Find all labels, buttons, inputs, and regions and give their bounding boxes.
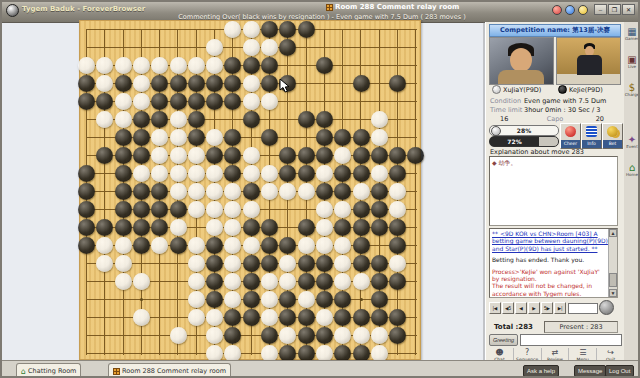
explanation-title: Explanation about move 283 [490, 148, 584, 156]
black-stone [224, 327, 241, 344]
black-stone [353, 309, 370, 326]
black-stone [353, 147, 370, 164]
black-stone [316, 57, 333, 74]
black-stone [353, 165, 370, 182]
black-stone [115, 165, 132, 182]
black-stone [389, 165, 406, 182]
black-stone [151, 93, 168, 110]
black-stone [224, 93, 241, 110]
black-stone [389, 309, 406, 326]
black-stone [133, 147, 150, 164]
white-stone [261, 309, 278, 326]
black-stone [261, 237, 278, 254]
black-captures: 20 [596, 115, 604, 123]
chat-icon: ☻ [486, 348, 513, 357]
black-stone [151, 75, 168, 92]
white-stone [188, 237, 205, 254]
black-stone [261, 255, 278, 272]
chat-box[interactable]: ** <9D KOR vs CHN>Room [403] A betting g… [489, 228, 618, 298]
black-stone [334, 165, 351, 182]
black-stone [224, 309, 241, 326]
white-stone [133, 57, 150, 74]
black-stone [316, 327, 333, 344]
app-window: Tygem Baduk - ForeverBrowser Room 288 Co… [0, 0, 640, 378]
black-stone [334, 129, 351, 146]
black-player-photo [556, 37, 621, 85]
black-stone [261, 57, 278, 74]
white-stone [170, 183, 187, 200]
white-stone [206, 327, 223, 344]
white-stone [316, 309, 333, 326]
black-stone [334, 183, 351, 200]
info-button[interactable]: Info [581, 123, 602, 149]
white-stone [334, 147, 351, 164]
black-stone [371, 273, 388, 290]
white-stone [243, 93, 260, 110]
white-stone [389, 183, 406, 200]
competition-bar: Competition name: 第13届-决赛 [489, 24, 621, 37]
go-button[interactable] [599, 300, 614, 315]
white-stone [115, 57, 132, 74]
black-stone [279, 291, 296, 308]
chat-messages: ** <9D KOR vs CHN>Room [403] A betting g… [492, 230, 608, 297]
chat-message: The result will not be changed, in accor… [492, 282, 608, 297]
black-stone [133, 201, 150, 218]
white-stone [371, 129, 388, 146]
bottom-bar: ⌂ Chatting Room Room 288 Comment relay r… [2, 360, 640, 378]
white-stone [115, 273, 132, 290]
black-stone [243, 291, 260, 308]
black-stone [261, 129, 278, 146]
white-stone [243, 75, 260, 92]
white-stone [224, 219, 241, 236]
black-stone [243, 309, 260, 326]
scroll-down-button[interactable]: ▼ [609, 289, 617, 297]
white-stone [261, 39, 278, 56]
black-stone [133, 129, 150, 146]
white-stone [261, 165, 278, 182]
black-stone [389, 219, 406, 236]
black-stone [170, 93, 187, 110]
black-stone [353, 237, 370, 254]
black-stone [298, 21, 315, 38]
white-stone [334, 255, 351, 272]
explanation-line: ◆ 劫争。 [492, 159, 517, 166]
restore-button[interactable]: ❐ [608, 4, 621, 15]
black-stone [224, 165, 241, 182]
white-stone [334, 237, 351, 254]
move-count-row: Total :283 Present : 283 [486, 321, 624, 335]
black-stone [78, 93, 95, 110]
black-stone [261, 327, 278, 344]
white-stone [133, 75, 150, 92]
white-stone [371, 327, 388, 344]
white-stone [334, 201, 351, 218]
logout-button[interactable]: Log Out [605, 365, 634, 377]
black-stone [389, 147, 406, 164]
black-stone [389, 75, 406, 92]
black-stone [115, 219, 132, 236]
black-stone [115, 201, 132, 218]
scroll-up-button[interactable]: ▲ [609, 229, 617, 237]
chat-input[interactable] [520, 334, 622, 346]
white-stone [206, 39, 223, 56]
black-stone [224, 129, 241, 146]
white-stone [371, 111, 388, 128]
white-stone [206, 309, 223, 326]
black-stone [170, 237, 187, 254]
black-stone [188, 129, 205, 146]
white-percent: 28% [490, 126, 558, 135]
app-icon [6, 4, 19, 17]
black-stone [279, 237, 296, 254]
white-stone [224, 201, 241, 218]
pin-icon[interactable] [552, 5, 562, 15]
explanation-box: ◆ 劫争。 [489, 156, 618, 226]
black-stone [133, 219, 150, 236]
game-info-panel: Competition name: 第13届-决赛 XuJiaY(P9D) Ke… [485, 22, 624, 364]
white-stone [243, 237, 260, 254]
white-stone [188, 183, 205, 200]
black-stone [298, 255, 315, 272]
black-stone [78, 165, 95, 182]
white-stone [243, 201, 260, 218]
white-stone [188, 147, 205, 164]
white-stone [224, 255, 241, 272]
board-icon [326, 4, 333, 11]
black-stone [96, 219, 113, 236]
black-stone [279, 165, 296, 182]
move-number-input[interactable] [568, 303, 598, 314]
home-button[interactable]: ⌂ Home [624, 162, 640, 178]
white-stone [243, 165, 260, 182]
side-toolbar: ▦ Games ▣ Live $ Charge ✦ Event ⌂ Home [624, 22, 640, 364]
white-stone [206, 129, 223, 146]
white-stone [188, 165, 205, 182]
minimize-button[interactable]: – [594, 4, 607, 15]
home-icon: ⌂ [21, 367, 26, 376]
black-stone [78, 237, 95, 254]
nav-back-button[interactable]: ◀ [515, 302, 527, 314]
board-icon [113, 368, 120, 375]
globe-icon[interactable] [565, 5, 575, 15]
white-stone [170, 147, 187, 164]
white-stone [389, 255, 406, 272]
white-stone [188, 273, 205, 290]
black-stone [115, 147, 132, 164]
white-stone [170, 129, 187, 146]
greeting-button[interactable]: Greeting [489, 334, 518, 346]
white-stone [261, 93, 278, 110]
black-stone [188, 75, 205, 92]
white-stone [151, 129, 168, 146]
black-stone [316, 273, 333, 290]
white-stone [170, 219, 187, 236]
black-stone [298, 309, 315, 326]
black-stone [279, 147, 296, 164]
black-stone [298, 327, 315, 344]
black-stone [353, 255, 370, 272]
black-stone [206, 273, 223, 290]
chat-message: ** <9D KOR vs CHN>Room [403] A betting g… [492, 230, 608, 252]
ask-help-button[interactable]: Ask a help [523, 365, 559, 377]
black-stone [243, 273, 260, 290]
event-button[interactable]: ✦ Event [624, 134, 640, 150]
white-stone [133, 93, 150, 110]
message-button[interactable]: Message [574, 365, 606, 377]
nav-back5-button[interactable]: ◀5 [502, 302, 514, 314]
black-stone [133, 183, 150, 200]
time-limit-row: Time limit 3hour 0min : 30 Sec / 3 [490, 106, 620, 114]
white-stone [206, 165, 223, 182]
white-stone [224, 21, 241, 38]
black-stone [261, 75, 278, 92]
black-stone [298, 273, 315, 290]
present-move: Present : 283 [544, 321, 618, 333]
white-stone [334, 327, 351, 344]
black-stone [96, 147, 113, 164]
black-stone [316, 129, 333, 146]
charge-button[interactable]: $ Charge [624, 82, 640, 98]
review-icon: ⇄ [542, 348, 569, 357]
white-stone [188, 255, 205, 272]
goban-grid [86, 29, 417, 355]
white-stone [170, 57, 187, 74]
star-point [140, 298, 143, 301]
white-stone [316, 201, 333, 218]
chat-message: Betting has ended. Thank you. [492, 256, 608, 263]
chat-scrollbar[interactable]: ▲ ▼ [608, 229, 617, 297]
white-stone [96, 255, 113, 272]
sequence-icon: ? [514, 348, 541, 357]
close-button[interactable]: ✕ [622, 4, 635, 15]
white-stone [279, 183, 296, 200]
nav-last-button[interactable]: ▶| [554, 302, 566, 314]
black-stone [316, 291, 333, 308]
menu-icon: ☰ [569, 348, 596, 357]
white-stone [261, 273, 278, 290]
white-percent-bar[interactable]: 28% [489, 125, 559, 136]
black-stone [279, 39, 296, 56]
tab-chatting-room[interactable]: ⌂ Chatting Room [16, 363, 81, 378]
white-stone [243, 147, 260, 164]
black-stone [298, 219, 315, 236]
white-stone [206, 219, 223, 236]
black-stone [133, 237, 150, 254]
black-stone [206, 237, 223, 254]
white-player-photo [489, 37, 554, 85]
black-stone [243, 255, 260, 272]
black-stone [298, 165, 315, 182]
games-button[interactable]: ▦ Games [624, 26, 640, 42]
bulb-icon[interactable] [578, 5, 588, 15]
white-stone [353, 183, 370, 200]
black-stone [151, 201, 168, 218]
black-stone [334, 291, 351, 308]
go-board[interactable] [79, 20, 421, 360]
white-stone [206, 183, 223, 200]
white-stone [115, 255, 132, 272]
black-stone [206, 291, 223, 308]
total-moves: Total :283 [494, 323, 533, 331]
room-title: Room 288 Comment relay room [326, 3, 459, 11]
black-stone [224, 57, 241, 74]
black-stone [316, 255, 333, 272]
white-stone [224, 183, 241, 200]
white-stone [353, 273, 370, 290]
white-stone [371, 165, 388, 182]
white-stone [261, 291, 278, 308]
black-stone [170, 75, 187, 92]
black-stone [389, 327, 406, 344]
white-stone [298, 183, 315, 200]
scroll-thumb[interactable] [609, 273, 617, 287]
white-stone [188, 291, 205, 308]
black-stone [243, 111, 260, 128]
black-stone [206, 75, 223, 92]
white-stone [133, 309, 150, 326]
white-stone [206, 201, 223, 218]
black-stone [353, 75, 370, 92]
white-stone [316, 165, 333, 182]
black-stone [371, 255, 388, 272]
black-stone [371, 147, 388, 164]
black-stone [389, 237, 406, 254]
black-stone [188, 111, 205, 128]
black-stone [115, 129, 132, 146]
white-stone [206, 57, 223, 74]
white-stone [279, 255, 296, 272]
quit-icon: ↪ [597, 348, 624, 357]
white-stone [170, 111, 187, 128]
titlebar-icons [552, 5, 588, 15]
black-percent: 72% [490, 137, 539, 146]
black-stone [261, 21, 278, 38]
nav-forward5-button[interactable]: 5▶ [541, 302, 553, 314]
white-stone [78, 57, 95, 74]
white-stone [298, 237, 315, 254]
black-stone [371, 183, 388, 200]
black-stone-icon [558, 85, 567, 94]
tab-room-288[interactable]: Room 288 Comment relay room [108, 363, 231, 378]
black-stone [261, 219, 278, 236]
black-stone [133, 111, 150, 128]
black-stone [316, 183, 333, 200]
white-stone [316, 219, 333, 236]
white-stone-icon [492, 85, 501, 94]
black-stone [170, 201, 187, 218]
live-button[interactable]: ▣ Live [624, 54, 640, 70]
white-stone [96, 237, 113, 254]
nav-first-button[interactable]: |◀ [489, 302, 501, 314]
black-stone [316, 147, 333, 164]
cheer-button[interactable]: Cheer [560, 123, 581, 149]
chat-message: Process>'KeJie' won against 'XuJiaY' by … [492, 268, 608, 283]
white-stone [243, 21, 260, 38]
white-stone [188, 309, 205, 326]
white-stone [279, 273, 296, 290]
black-stone [334, 219, 351, 236]
black-stone [151, 219, 168, 236]
black-stone [96, 93, 113, 110]
white-stone [96, 57, 113, 74]
white-stone [151, 237, 168, 254]
white-stone [389, 201, 406, 218]
black-stone [407, 147, 424, 164]
white-stone [170, 327, 187, 344]
black-stone [224, 147, 241, 164]
black-stone [243, 183, 260, 200]
white-stone [279, 327, 296, 344]
white-stone [224, 237, 241, 254]
white-stone [188, 201, 205, 218]
black-stone [298, 111, 315, 128]
black-stone [115, 75, 132, 92]
black-stone [353, 219, 370, 236]
white-stone [115, 237, 132, 254]
black-stone [206, 147, 223, 164]
move-navigation: |◀ ◀5 ◀ ▶ 5▶ ▶| [489, 302, 566, 314]
black-stone [279, 309, 296, 326]
black-stone [371, 291, 388, 308]
black-stone [243, 57, 260, 74]
bet-button[interactable]: Bet [602, 123, 623, 149]
white-stone [298, 291, 315, 308]
white-stone [96, 111, 113, 128]
black-stone [78, 201, 95, 218]
nav-forward-button[interactable]: ▶ [528, 302, 540, 314]
white-stone [316, 237, 333, 254]
white-stone [151, 165, 168, 182]
white-stone [353, 327, 370, 344]
white-stone [243, 39, 260, 56]
black-stone [316, 111, 333, 128]
info-icon [586, 126, 597, 137]
white-stone [188, 57, 205, 74]
black-stone [353, 129, 370, 146]
bet-icon [607, 126, 618, 137]
window-title: Tygem Baduk - ForeverBrowser [22, 5, 145, 13]
black-stone [115, 183, 132, 200]
black-stone [371, 309, 388, 326]
white-stone [151, 57, 168, 74]
white-stone [133, 165, 150, 182]
star-point [360, 298, 363, 301]
white-stone [334, 273, 351, 290]
black-stone [188, 93, 205, 110]
black-stone [151, 183, 168, 200]
white-stone [115, 111, 132, 128]
black-stone [78, 183, 95, 200]
black-stone [371, 201, 388, 218]
mouse-cursor [279, 78, 291, 93]
black-stone [371, 219, 388, 236]
white-stone [133, 273, 150, 290]
black-stone [389, 273, 406, 290]
black-stone [224, 75, 241, 92]
black-stone [353, 201, 370, 218]
white-stone [170, 165, 187, 182]
greeting-row: Greeting [486, 334, 624, 347]
black-stone [151, 111, 168, 128]
white-stone [261, 183, 278, 200]
black-stone [298, 147, 315, 164]
black-stone [78, 219, 95, 236]
black-stone [206, 93, 223, 110]
black-player-name: KeJie(P9D) [558, 85, 603, 94]
black-percent-bar[interactable]: 72% [489, 136, 559, 147]
white-stone [115, 93, 132, 110]
